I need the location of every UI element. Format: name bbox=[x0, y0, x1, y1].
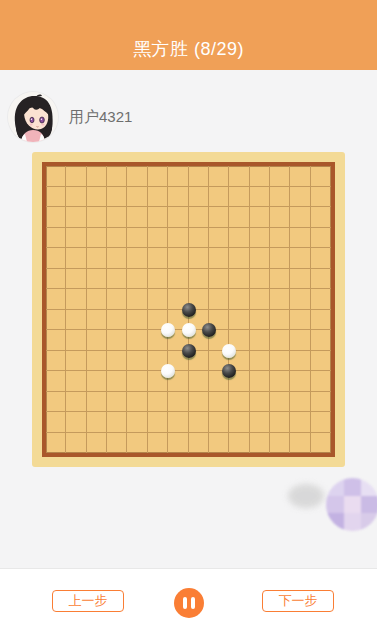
white-stone bbox=[161, 323, 175, 337]
gomoku-board bbox=[32, 152, 345, 467]
black-stone bbox=[202, 323, 216, 337]
player-row: 用户4321 bbox=[8, 92, 132, 142]
white-stone bbox=[161, 364, 175, 378]
player-avatar bbox=[8, 92, 58, 142]
mosaic-pattern bbox=[326, 478, 377, 531]
white-stone bbox=[222, 344, 236, 358]
bottom-control-bar: 上一步 下一步 bbox=[0, 568, 377, 627]
pause-icon bbox=[183, 597, 195, 609]
previous-step-button[interactable]: 上一步 bbox=[52, 590, 124, 612]
anime-girl-avatar-image bbox=[8, 92, 58, 142]
page-title: 黑方胜 (8/29) bbox=[133, 37, 244, 61]
white-stone bbox=[182, 323, 196, 337]
black-stone bbox=[182, 344, 196, 358]
app-page: 黑方胜 (8/29) bbox=[0, 0, 377, 627]
board-inner bbox=[42, 162, 335, 457]
stones-layer bbox=[46, 166, 331, 453]
next-step-button[interactable]: 下一步 bbox=[262, 590, 334, 612]
header-bar: 黑方胜 (8/29) bbox=[0, 0, 377, 70]
black-stone bbox=[222, 364, 236, 378]
pause-button[interactable] bbox=[174, 588, 204, 618]
pixelated-floating-badge bbox=[326, 478, 377, 531]
player-name: 用户4321 bbox=[69, 108, 132, 127]
black-stone bbox=[182, 303, 196, 317]
blurred-gray-blob bbox=[288, 484, 324, 508]
